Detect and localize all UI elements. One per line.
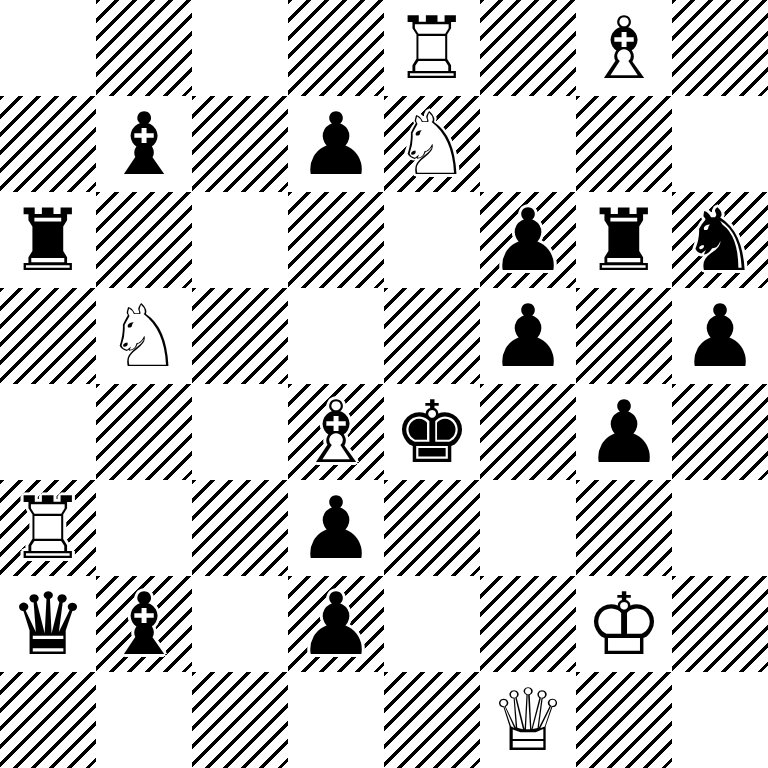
- square-b2[interactable]: ♝♝: [96, 576, 192, 672]
- white-bishop-halo: ♝: [576, 0, 672, 96]
- square-h5[interactable]: ♟♟: [672, 288, 768, 384]
- square-g7[interactable]: [576, 96, 672, 192]
- square-h3[interactable]: [672, 480, 768, 576]
- white-rook: ♖: [0, 480, 96, 576]
- square-b4[interactable]: [96, 384, 192, 480]
- white-knight: ♘: [96, 288, 192, 384]
- white-knight-halo: ♞: [96, 288, 192, 384]
- square-e4[interactable]: ♚♚: [384, 384, 480, 480]
- square-g1[interactable]: [576, 672, 672, 768]
- black-pawn: ♟: [288, 480, 384, 576]
- square-a7[interactable]: [0, 96, 96, 192]
- black-king: ♚: [384, 384, 480, 480]
- square-e2[interactable]: [384, 576, 480, 672]
- square-c2[interactable]: [192, 576, 288, 672]
- black-pawn-halo: ♟: [288, 480, 384, 576]
- black-rook: ♜: [576, 192, 672, 288]
- white-bishop: ♗: [288, 384, 384, 480]
- square-e5[interactable]: [384, 288, 480, 384]
- square-c5[interactable]: [192, 288, 288, 384]
- black-king-halo: ♚: [384, 384, 480, 480]
- black-pawn-halo: ♟: [672, 288, 768, 384]
- black-rook: ♜: [0, 192, 96, 288]
- square-d4[interactable]: ♝♗: [288, 384, 384, 480]
- white-knight: ♘: [384, 96, 480, 192]
- square-b1[interactable]: [96, 672, 192, 768]
- black-queen: ♛: [0, 576, 96, 672]
- square-d5[interactable]: [288, 288, 384, 384]
- square-d7[interactable]: ♟♟: [288, 96, 384, 192]
- square-a2[interactable]: ♛♛: [0, 576, 96, 672]
- white-queen-halo: ♛: [480, 672, 576, 768]
- square-h7[interactable]: [672, 96, 768, 192]
- white-bishop: ♗: [576, 0, 672, 96]
- square-g2[interactable]: ♚♔: [576, 576, 672, 672]
- black-rook-halo: ♜: [0, 192, 96, 288]
- black-pawn: ♟: [288, 96, 384, 192]
- square-b7[interactable]: ♝♝: [96, 96, 192, 192]
- black-queen-halo: ♛: [0, 576, 96, 672]
- black-pawn-halo: ♟: [480, 192, 576, 288]
- black-pawn-halo: ♟: [480, 288, 576, 384]
- square-e1[interactable]: [384, 672, 480, 768]
- square-g3[interactable]: [576, 480, 672, 576]
- white-king-halo: ♚: [576, 576, 672, 672]
- square-c8[interactable]: [192, 0, 288, 96]
- square-f2[interactable]: [480, 576, 576, 672]
- square-e6[interactable]: [384, 192, 480, 288]
- black-bishop-halo: ♝: [96, 576, 192, 672]
- black-knight: ♞: [672, 192, 768, 288]
- square-h6[interactable]: ♞♞: [672, 192, 768, 288]
- black-bishop-halo: ♝: [96, 96, 192, 192]
- square-g5[interactable]: [576, 288, 672, 384]
- white-bishop-halo: ♝: [288, 384, 384, 480]
- black-pawn: ♟: [672, 288, 768, 384]
- black-pawn: ♟: [480, 288, 576, 384]
- black-pawn: ♟: [576, 384, 672, 480]
- square-h8[interactable]: [672, 0, 768, 96]
- square-h2[interactable]: [672, 576, 768, 672]
- square-c4[interactable]: [192, 384, 288, 480]
- square-b6[interactable]: [96, 192, 192, 288]
- black-pawn-halo: ♟: [288, 576, 384, 672]
- square-f1[interactable]: ♛♕: [480, 672, 576, 768]
- black-pawn-halo: ♟: [576, 384, 672, 480]
- square-a4[interactable]: [0, 384, 96, 480]
- square-c3[interactable]: [192, 480, 288, 576]
- square-a6[interactable]: ♜♜: [0, 192, 96, 288]
- white-knight-halo: ♞: [384, 96, 480, 192]
- square-a3[interactable]: ♜♖: [0, 480, 96, 576]
- square-e7[interactable]: ♞♘: [384, 96, 480, 192]
- square-a1[interactable]: [0, 672, 96, 768]
- black-bishop: ♝: [96, 96, 192, 192]
- square-g6[interactable]: ♜♜: [576, 192, 672, 288]
- black-bishop: ♝: [96, 576, 192, 672]
- square-f4[interactable]: [480, 384, 576, 480]
- square-e3[interactable]: [384, 480, 480, 576]
- square-c7[interactable]: [192, 96, 288, 192]
- chess-board: ♜♖♝♗♝♝♟♟♞♘♜♜♟♟♜♜♞♞♞♘♟♟♟♟♝♗♚♚♟♟♜♖♟♟♛♛♝♝♟♟…: [0, 0, 768, 768]
- square-g8[interactable]: ♝♗: [576, 0, 672, 96]
- square-c6[interactable]: [192, 192, 288, 288]
- square-d8[interactable]: [288, 0, 384, 96]
- square-d3[interactable]: ♟♟: [288, 480, 384, 576]
- square-e8[interactable]: ♜♖: [384, 0, 480, 96]
- square-f5[interactable]: ♟♟: [480, 288, 576, 384]
- black-pawn: ♟: [480, 192, 576, 288]
- white-rook-halo: ♜: [384, 0, 480, 96]
- square-b8[interactable]: [96, 0, 192, 96]
- square-f3[interactable]: [480, 480, 576, 576]
- black-rook-halo: ♜: [576, 192, 672, 288]
- white-king: ♔: [576, 576, 672, 672]
- square-f6[interactable]: ♟♟: [480, 192, 576, 288]
- square-b5[interactable]: ♞♘: [96, 288, 192, 384]
- black-knight-halo: ♞: [672, 192, 768, 288]
- white-rook: ♖: [384, 0, 480, 96]
- square-f8[interactable]: [480, 0, 576, 96]
- square-d1[interactable]: [288, 672, 384, 768]
- white-rook-halo: ♜: [0, 480, 96, 576]
- square-a5[interactable]: [0, 288, 96, 384]
- square-g4[interactable]: ♟♟: [576, 384, 672, 480]
- square-d6[interactable]: [288, 192, 384, 288]
- square-d2[interactable]: ♟♟: [288, 576, 384, 672]
- square-c1[interactable]: [192, 672, 288, 768]
- white-queen: ♕: [480, 672, 576, 768]
- square-f7[interactable]: [480, 96, 576, 192]
- square-h4[interactable]: [672, 384, 768, 480]
- square-a8[interactable]: [0, 0, 96, 96]
- black-pawn: ♟: [288, 576, 384, 672]
- black-pawn-halo: ♟: [288, 96, 384, 192]
- square-b3[interactable]: [96, 480, 192, 576]
- square-h1[interactable]: [672, 672, 768, 768]
